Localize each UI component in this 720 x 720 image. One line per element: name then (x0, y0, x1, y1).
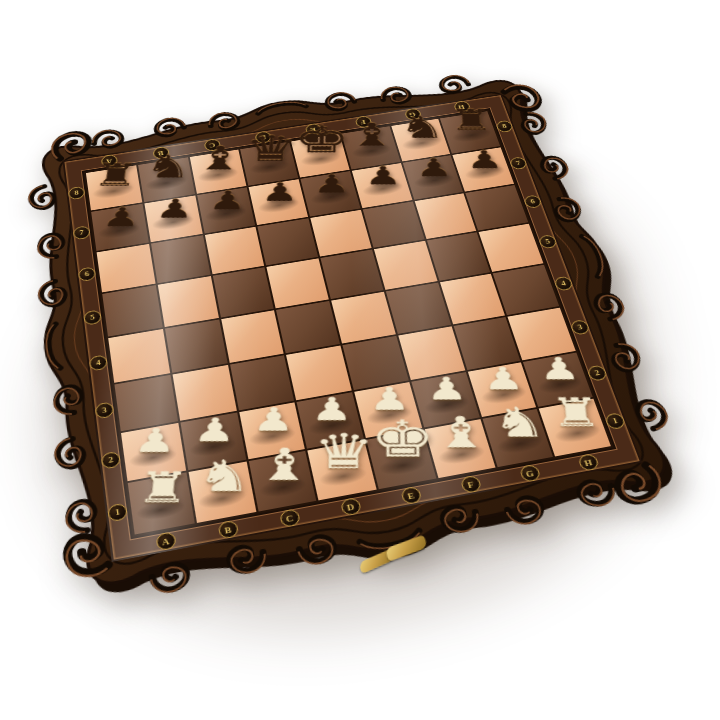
square-d2[interactable] (297, 392, 364, 449)
piece-black-rook-a8[interactable]: ♜ (74, 160, 157, 193)
square-c3[interactable] (230, 355, 295, 410)
chess-board: 8765432187654321ABCDEFGHABCDEFGH ♜♞♝♛♚♝♞… (12, 57, 712, 625)
square-f4[interactable] (386, 283, 451, 334)
square-b3[interactable] (172, 365, 236, 421)
square-d6[interactable] (258, 218, 319, 266)
square-f6[interactable] (362, 201, 424, 248)
square-c2[interactable] (239, 402, 305, 460)
square-a6[interactable] (97, 244, 156, 293)
square-b2[interactable] (180, 412, 246, 470)
square-a3[interactable] (114, 375, 177, 431)
square-d1[interactable] (308, 440, 377, 500)
square-g1[interactable] (482, 409, 553, 467)
square-e2[interactable] (354, 382, 422, 439)
square-f1[interactable] (425, 419, 495, 478)
square-h6[interactable] (465, 185, 528, 231)
square-a2[interactable] (121, 423, 186, 482)
square-d3[interactable] (286, 345, 351, 400)
photo-background: 8765432187654321ABCDEFGHABCDEFGH ♜♞♝♛♚♝♞… (0, 0, 720, 720)
square-c6[interactable] (204, 226, 264, 274)
square-a4[interactable] (108, 329, 170, 383)
scene: 8765432187654321ABCDEFGHABCDEFGH ♜♞♝♛♚♝♞… (0, 0, 720, 720)
square-f3[interactable] (398, 326, 465, 379)
square-h5[interactable] (479, 224, 544, 272)
square-e6[interactable] (310, 210, 371, 257)
square-c5[interactable] (212, 267, 274, 317)
square-f2[interactable] (411, 372, 480, 428)
square-g2[interactable] (467, 362, 536, 417)
square-a1[interactable] (128, 473, 195, 535)
square-h1[interactable] (539, 399, 611, 457)
piece-black-pawn-a7[interactable]: ♟ (79, 204, 163, 232)
square-g3[interactable] (453, 317, 520, 370)
square-e4[interactable] (331, 292, 395, 344)
square-b6[interactable] (151, 235, 210, 284)
square-f5[interactable] (374, 241, 437, 290)
square-e5[interactable] (320, 250, 383, 299)
square-e1[interactable] (366, 430, 436, 489)
